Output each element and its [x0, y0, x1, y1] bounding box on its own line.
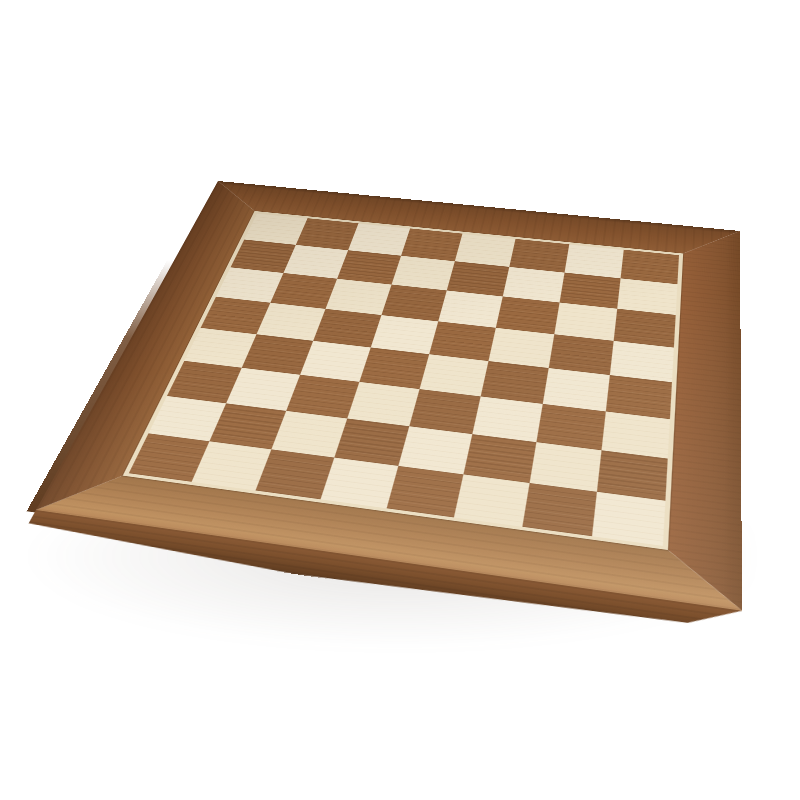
product-photo-scene: [0, 0, 800, 800]
square-g1: [522, 483, 597, 536]
background: { "game": "chess", "scene": { "descripti…: [0, 0, 800, 800]
square-h1: [592, 492, 665, 546]
square-e1: [387, 466, 464, 518]
square-d1: [321, 458, 399, 509]
square-f1: [454, 474, 530, 526]
